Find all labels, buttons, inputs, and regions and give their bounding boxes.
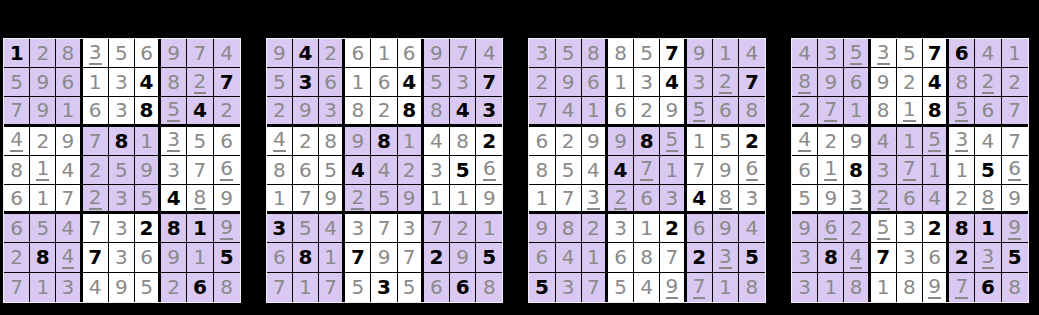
g1-cell-r1c3[interactable]: 8 (56, 39, 82, 68)
g4-cell-r1c5[interactable]: 5 (897, 39, 923, 68)
g3-cell-r9c4[interactable]: 5 (608, 273, 634, 302)
g2-cell-r1c7[interactable]: 9 (424, 39, 450, 68)
g4-cell-r8c3[interactable]: 4 (844, 243, 870, 272)
g1-cell-r4c7[interactable]: 3 (161, 127, 187, 156)
g2-cell-r8c7[interactable]: 2 (424, 243, 450, 272)
g1-cell-r6c4[interactable]: 2 (83, 185, 109, 214)
g1-cell-r2c2[interactable]: 9 (30, 68, 56, 97)
g3-cell-r1c1[interactable]: 3 (529, 39, 555, 68)
g1-cell-r4c1[interactable]: 4 (4, 127, 30, 156)
g3-cell-r3c9[interactable]: 8 (739, 97, 765, 126)
g4-cell-r6c4[interactable]: 2 (871, 185, 897, 214)
g2-cell-r8c3[interactable]: 1 (319, 243, 345, 272)
g4-cell-r6c9[interactable]: 9 (1002, 185, 1028, 214)
g4-cell-r7c2[interactable]: 6 (818, 214, 844, 243)
g2-cell-r5c2[interactable]: 6 (293, 156, 319, 185)
g3-cell-r4c1[interactable]: 6 (529, 127, 555, 156)
g4-cell-r6c2[interactable]: 9 (818, 185, 844, 214)
g2-cell-r4c9[interactable]: 2 (476, 127, 502, 156)
g1-cell-r6c6[interactable]: 5 (135, 185, 161, 214)
g3-cell-r8c1[interactable]: 6 (529, 243, 555, 272)
g3-cell-r3c3[interactable]: 1 (582, 97, 608, 126)
g4-cell-r1c2[interactable]: 3 (818, 39, 844, 68)
g1-cell-r8c8[interactable]: 1 (187, 243, 213, 272)
g1-cell-r6c5[interactable]: 3 (109, 185, 135, 214)
g4-cell-r8c8[interactable]: 3 (975, 243, 1001, 272)
g1-cell-r5c5[interactable]: 5 (109, 156, 135, 185)
g3-cell-r1c9[interactable]: 4 (739, 39, 765, 68)
g4-cell-r2c6[interactable]: 4 (923, 68, 949, 97)
g2-cell-r9c7[interactable]: 6 (424, 273, 450, 302)
g4-cell-r8c6[interactable]: 6 (923, 243, 949, 272)
g1-cell-r2c3[interactable]: 6 (56, 68, 82, 97)
g4-cell-r5c6[interactable]: 1 (923, 156, 949, 185)
g1-cell-r2c8[interactable]: 2 (187, 68, 213, 97)
g2-cell-r5c8[interactable]: 5 (450, 156, 476, 185)
g1-cell-r3c3[interactable]: 1 (56, 97, 82, 126)
g3-cell-r1c6[interactable]: 7 (660, 39, 686, 68)
g2-cell-r3c1[interactable]: 2 (267, 97, 293, 126)
g4-cell-r5c1[interactable]: 6 (792, 156, 818, 185)
g4-cell-r4c1[interactable]: 4 (792, 127, 818, 156)
g4-cell-r1c3[interactable]: 5 (844, 39, 870, 68)
g4-cell-r3c5[interactable]: 1 (897, 97, 923, 126)
g2-cell-r7c6[interactable]: 3 (398, 214, 424, 243)
g2-cell-r6c4[interactable]: 2 (345, 185, 371, 214)
g1-cell-r1c7[interactable]: 9 (161, 39, 187, 68)
g4-cell-r7c4[interactable]: 5 (871, 214, 897, 243)
g1-cell-r7c9[interactable]: 9 (214, 214, 240, 243)
g1-cell-r6c9[interactable]: 9 (214, 185, 240, 214)
g4-cell-r6c6[interactable]: 4 (923, 185, 949, 214)
g1-cell-r5c1[interactable]: 8 (4, 156, 30, 185)
g1-cell-r9c8[interactable]: 6 (187, 273, 213, 302)
g2-cell-r7c8[interactable]: 2 (450, 214, 476, 243)
g1-cell-r3c7[interactable]: 5 (161, 97, 187, 126)
g2-cell-r5c9[interactable]: 6 (476, 156, 502, 185)
g4-cell-r2c2[interactable]: 9 (818, 68, 844, 97)
g1-cell-r5c9[interactable]: 6 (214, 156, 240, 185)
g1-cell-r2c5[interactable]: 3 (109, 68, 135, 97)
g2-cell-r1c9[interactable]: 4 (476, 39, 502, 68)
g4-cell-r9c1[interactable]: 3 (792, 273, 818, 302)
g2-cell-r2c9[interactable]: 7 (476, 68, 502, 97)
g3-cell-r8c3[interactable]: 1 (582, 243, 608, 272)
g1-cell-r8c2[interactable]: 8 (30, 243, 56, 272)
g4-cell-r6c5[interactable]: 6 (897, 185, 923, 214)
g2-cell-r4c3[interactable]: 8 (319, 127, 345, 156)
g2-cell-r8c9[interactable]: 5 (476, 243, 502, 272)
g3-cell-r8c4[interactable]: 6 (608, 243, 634, 272)
g3-cell-r9c5[interactable]: 4 (634, 273, 660, 302)
g2-cell-r6c1[interactable]: 1 (267, 185, 293, 214)
g2-cell-r1c4[interactable]: 6 (345, 39, 371, 68)
g3-cell-r5c4[interactable]: 4 (608, 156, 634, 185)
g2-cell-r1c5[interactable]: 1 (371, 39, 397, 68)
g1-cell-r3c5[interactable]: 3 (109, 97, 135, 126)
g4-cell-r3c8[interactable]: 6 (975, 97, 1001, 126)
g4-cell-r8c1[interactable]: 3 (792, 243, 818, 272)
g2-cell-r7c7[interactable]: 7 (424, 214, 450, 243)
g2-cell-r9c8[interactable]: 6 (450, 273, 476, 302)
g3-cell-r2c7[interactable]: 3 (687, 68, 713, 97)
g3-cell-r1c2[interactable]: 5 (556, 39, 582, 68)
g4-cell-r3c6[interactable]: 8 (923, 97, 949, 126)
g1-cell-r6c8[interactable]: 8 (187, 185, 213, 214)
g3-cell-r9c6[interactable]: 9 (660, 273, 686, 302)
g2-cell-r8c8[interactable]: 9 (450, 243, 476, 272)
g2-cell-r1c8[interactable]: 7 (450, 39, 476, 68)
g4-cell-r6c7[interactable]: 2 (949, 185, 975, 214)
g3-cell-r6c4[interactable]: 2 (608, 185, 634, 214)
g3-cell-r5c5[interactable]: 7 (634, 156, 660, 185)
g4-cell-r1c7[interactable]: 6 (949, 39, 975, 68)
g4-cell-r5c8[interactable]: 5 (975, 156, 1001, 185)
g2-cell-r3c9[interactable]: 3 (476, 97, 502, 126)
g4-cell-r4c5[interactable]: 1 (897, 127, 923, 156)
g4-cell-r9c9[interactable]: 8 (1002, 273, 1028, 302)
g2-cell-r7c5[interactable]: 7 (371, 214, 397, 243)
g1-cell-r4c5[interactable]: 8 (109, 127, 135, 156)
g3-cell-r3c7[interactable]: 5 (687, 97, 713, 126)
g3-cell-r4c7[interactable]: 1 (687, 127, 713, 156)
g3-cell-r7c9[interactable]: 4 (739, 214, 765, 243)
g4-cell-r1c8[interactable]: 4 (975, 39, 1001, 68)
g4-cell-r5c3[interactable]: 8 (844, 156, 870, 185)
g1-cell-r8c7[interactable]: 9 (161, 243, 187, 272)
g4-cell-r9c8[interactable]: 6 (975, 273, 1001, 302)
g3-cell-r2c1[interactable]: 2 (529, 68, 555, 97)
g3-cell-r2c8[interactable]: 2 (713, 68, 739, 97)
g3-cell-r6c1[interactable]: 1 (529, 185, 555, 214)
g2-cell-r5c1[interactable]: 8 (267, 156, 293, 185)
g2-cell-r6c3[interactable]: 9 (319, 185, 345, 214)
g2-cell-r4c2[interactable]: 2 (293, 127, 319, 156)
g2-cell-r5c3[interactable]: 5 (319, 156, 345, 185)
g3-cell-r1c8[interactable]: 1 (713, 39, 739, 68)
g3-cell-r5c2[interactable]: 5 (556, 156, 582, 185)
g2-cell-r4c4[interactable]: 9 (345, 127, 371, 156)
g1-cell-r2c7[interactable]: 8 (161, 68, 187, 97)
g4-cell-r4c8[interactable]: 4 (975, 127, 1001, 156)
g4-cell-r7c1[interactable]: 9 (792, 214, 818, 243)
g4-cell-r5c5[interactable]: 7 (897, 156, 923, 185)
g2-cell-r8c6[interactable]: 7 (398, 243, 424, 272)
g2-cell-r4c6[interactable]: 1 (398, 127, 424, 156)
g3-cell-r6c6[interactable]: 3 (660, 185, 686, 214)
g1-cell-r3c1[interactable]: 7 (4, 97, 30, 126)
g1-cell-r8c4[interactable]: 7 (83, 243, 109, 272)
g4-cell-r3c2[interactable]: 7 (818, 97, 844, 126)
g3-cell-r2c2[interactable]: 9 (556, 68, 582, 97)
g3-cell-r7c7[interactable]: 6 (687, 214, 713, 243)
g2-cell-r4c8[interactable]: 8 (450, 127, 476, 156)
g4-cell-r4c7[interactable]: 3 (949, 127, 975, 156)
g3-cell-r7c2[interactable]: 8 (556, 214, 582, 243)
g1-cell-r9c7[interactable]: 2 (161, 273, 187, 302)
g1-cell-r4c9[interactable]: 6 (214, 127, 240, 156)
g2-cell-r7c3[interactable]: 4 (319, 214, 345, 243)
g1-cell-r7c5[interactable]: 3 (109, 214, 135, 243)
g1-cell-r8c9[interactable]: 5 (214, 243, 240, 272)
g2-cell-r3c5[interactable]: 2 (371, 97, 397, 126)
g2-cell-r4c5[interactable]: 8 (371, 127, 397, 156)
g4-cell-r7c5[interactable]: 3 (897, 214, 923, 243)
g3-cell-r3c6[interactable]: 9 (660, 97, 686, 126)
g3-cell-r5c3[interactable]: 4 (582, 156, 608, 185)
g4-cell-r1c4[interactable]: 3 (871, 39, 897, 68)
g1-cell-r6c7[interactable]: 4 (161, 185, 187, 214)
g1-cell-r5c2[interactable]: 1 (30, 156, 56, 185)
g1-cell-r5c3[interactable]: 4 (56, 156, 82, 185)
g1-cell-r7c3[interactable]: 4 (56, 214, 82, 243)
g3-cell-r5c8[interactable]: 9 (713, 156, 739, 185)
g3-cell-r7c3[interactable]: 2 (582, 214, 608, 243)
g1-cell-r5c8[interactable]: 7 (187, 156, 213, 185)
g3-cell-r4c4[interactable]: 9 (608, 127, 634, 156)
g2-cell-r3c4[interactable]: 8 (345, 97, 371, 126)
g3-cell-r6c2[interactable]: 7 (556, 185, 582, 214)
g4-cell-r2c5[interactable]: 2 (897, 68, 923, 97)
g2-cell-r6c5[interactable]: 5 (371, 185, 397, 214)
g3-cell-r4c5[interactable]: 8 (634, 127, 660, 156)
g1-cell-r1c1[interactable]: 1 (4, 39, 30, 68)
g1-cell-r9c3[interactable]: 3 (56, 273, 82, 302)
g4-cell-r7c9[interactable]: 9 (1002, 214, 1028, 243)
g2-cell-r2c5[interactable]: 6 (371, 68, 397, 97)
g1-cell-r9c6[interactable]: 5 (135, 273, 161, 302)
g2-cell-r8c2[interactable]: 8 (293, 243, 319, 272)
g3-cell-r2c4[interactable]: 1 (608, 68, 634, 97)
g2-cell-r1c6[interactable]: 6 (398, 39, 424, 68)
g3-cell-r1c4[interactable]: 8 (608, 39, 634, 68)
g2-cell-r1c1[interactable]: 9 (267, 39, 293, 68)
g1-cell-r6c1[interactable]: 6 (4, 185, 30, 214)
g4-cell-r2c3[interactable]: 6 (844, 68, 870, 97)
g2-cell-r6c2[interactable]: 7 (293, 185, 319, 214)
g4-cell-r2c8[interactable]: 2 (975, 68, 1001, 97)
g2-cell-r3c8[interactable]: 4 (450, 97, 476, 126)
g1-cell-r3c9[interactable]: 2 (214, 97, 240, 126)
g1-cell-r9c4[interactable]: 4 (83, 273, 109, 302)
g2-cell-r7c2[interactable]: 5 (293, 214, 319, 243)
g3-cell-r2c9[interactable]: 7 (739, 68, 765, 97)
g3-cell-r1c3[interactable]: 8 (582, 39, 608, 68)
g2-cell-r3c3[interactable]: 3 (319, 97, 345, 126)
g4-cell-r6c3[interactable]: 3 (844, 185, 870, 214)
g1-cell-r7c4[interactable]: 7 (83, 214, 109, 243)
g1-cell-r7c2[interactable]: 5 (30, 214, 56, 243)
g2-cell-r9c5[interactable]: 3 (371, 273, 397, 302)
g4-cell-r3c4[interactable]: 8 (871, 97, 897, 126)
g2-cell-r3c6[interactable]: 8 (398, 97, 424, 126)
g1-cell-r3c4[interactable]: 6 (83, 97, 109, 126)
g4-cell-r8c5[interactable]: 3 (897, 243, 923, 272)
g1-cell-r9c2[interactable]: 1 (30, 273, 56, 302)
g2-cell-r4c1[interactable]: 4 (267, 127, 293, 156)
g1-cell-r9c1[interactable]: 7 (4, 273, 30, 302)
g4-cell-r2c7[interactable]: 8 (949, 68, 975, 97)
g4-cell-r7c8[interactable]: 1 (975, 214, 1001, 243)
g4-cell-r9c2[interactable]: 1 (818, 273, 844, 302)
g1-cell-r3c8[interactable]: 4 (187, 97, 213, 126)
g4-cell-r7c6[interactable]: 2 (923, 214, 949, 243)
g3-cell-r5c7[interactable]: 7 (687, 156, 713, 185)
g4-cell-r3c7[interactable]: 5 (949, 97, 975, 126)
g2-cell-r2c3[interactable]: 6 (319, 68, 345, 97)
g3-cell-r1c5[interactable]: 5 (634, 39, 660, 68)
g1-cell-r2c9[interactable]: 7 (214, 68, 240, 97)
g3-cell-r2c6[interactable]: 4 (660, 68, 686, 97)
g2-cell-r6c7[interactable]: 1 (424, 185, 450, 214)
g4-cell-r6c1[interactable]: 5 (792, 185, 818, 214)
g2-cell-r3c2[interactable]: 9 (293, 97, 319, 126)
g2-cell-r8c5[interactable]: 9 (371, 243, 397, 272)
g3-cell-r8c2[interactable]: 4 (556, 243, 582, 272)
g4-cell-r4c3[interactable]: 9 (844, 127, 870, 156)
g2-cell-r1c2[interactable]: 4 (293, 39, 319, 68)
g1-cell-r9c9[interactable]: 8 (214, 273, 240, 302)
g1-cell-r8c6[interactable]: 6 (135, 243, 161, 272)
g4-cell-r9c5[interactable]: 8 (897, 273, 923, 302)
g3-cell-r3c5[interactable]: 2 (634, 97, 660, 126)
g1-cell-r1c8[interactable]: 7 (187, 39, 213, 68)
g3-cell-r6c5[interactable]: 6 (634, 185, 660, 214)
g3-cell-r6c7[interactable]: 4 (687, 185, 713, 214)
g1-cell-r3c2[interactable]: 9 (30, 97, 56, 126)
g4-cell-r3c9[interactable]: 7 (1002, 97, 1028, 126)
g2-cell-r5c5[interactable]: 4 (371, 156, 397, 185)
g1-cell-r1c9[interactable]: 4 (214, 39, 240, 68)
g3-cell-r2c3[interactable]: 6 (582, 68, 608, 97)
g1-cell-r1c6[interactable]: 6 (135, 39, 161, 68)
g3-cell-r7c5[interactable]: 1 (634, 214, 660, 243)
g1-cell-r5c6[interactable]: 9 (135, 156, 161, 185)
g3-cell-r9c1[interactable]: 5 (529, 273, 555, 302)
g4-cell-r3c3[interactable]: 1 (844, 97, 870, 126)
g2-cell-r9c9[interactable]: 8 (476, 273, 502, 302)
g2-cell-r5c7[interactable]: 3 (424, 156, 450, 185)
g3-cell-r6c3[interactable]: 3 (582, 185, 608, 214)
g1-cell-r4c3[interactable]: 9 (56, 127, 82, 156)
g1-cell-r6c2[interactable]: 1 (30, 185, 56, 214)
g3-cell-r8c9[interactable]: 5 (739, 243, 765, 272)
g3-cell-r8c7[interactable]: 2 (687, 243, 713, 272)
g1-cell-r1c2[interactable]: 2 (30, 39, 56, 68)
g4-cell-r5c9[interactable]: 6 (1002, 156, 1028, 185)
g1-cell-r1c4[interactable]: 3 (83, 39, 109, 68)
g1-cell-r9c5[interactable]: 9 (109, 273, 135, 302)
g1-cell-r4c4[interactable]: 7 (83, 127, 109, 156)
g2-cell-r1c3[interactable]: 2 (319, 39, 345, 68)
g1-cell-r5c7[interactable]: 3 (161, 156, 187, 185)
g4-cell-r1c9[interactable]: 1 (1002, 39, 1028, 68)
g4-cell-r9c3[interactable]: 8 (844, 273, 870, 302)
g4-cell-r3c1[interactable]: 2 (792, 97, 818, 126)
g4-cell-r8c7[interactable]: 2 (949, 243, 975, 272)
g2-cell-r9c4[interactable]: 5 (345, 273, 371, 302)
g1-cell-r4c2[interactable]: 2 (30, 127, 56, 156)
g3-cell-r4c3[interactable]: 9 (582, 127, 608, 156)
g3-cell-r7c1[interactable]: 9 (529, 214, 555, 243)
g3-cell-r9c8[interactable]: 1 (713, 273, 739, 302)
g1-cell-r8c3[interactable]: 4 (56, 243, 82, 272)
g4-cell-r8c2[interactable]: 8 (818, 243, 844, 272)
g3-cell-r1c7[interactable]: 9 (687, 39, 713, 68)
g2-cell-r9c3[interactable]: 7 (319, 273, 345, 302)
g4-cell-r9c4[interactable]: 1 (871, 273, 897, 302)
g4-cell-r8c4[interactable]: 7 (871, 243, 897, 272)
g3-cell-r9c3[interactable]: 7 (582, 273, 608, 302)
g4-cell-r7c3[interactable]: 2 (844, 214, 870, 243)
g2-cell-r9c2[interactable]: 1 (293, 273, 319, 302)
g4-cell-r4c9[interactable]: 7 (1002, 127, 1028, 156)
g3-cell-r5c9[interactable]: 6 (739, 156, 765, 185)
g4-cell-r2c4[interactable]: 9 (871, 68, 897, 97)
g4-cell-r2c1[interactable]: 8 (792, 68, 818, 97)
g3-cell-r9c7[interactable]: 7 (687, 273, 713, 302)
g1-cell-r5c4[interactable]: 2 (83, 156, 109, 185)
g4-cell-r6c8[interactable]: 8 (975, 185, 1001, 214)
g1-cell-r1c5[interactable]: 5 (109, 39, 135, 68)
g4-cell-r4c4[interactable]: 4 (871, 127, 897, 156)
g1-cell-r7c1[interactable]: 6 (4, 214, 30, 243)
g1-cell-r6c3[interactable]: 7 (56, 185, 82, 214)
g1-cell-r7c6[interactable]: 2 (135, 214, 161, 243)
g4-cell-r9c6[interactable]: 9 (923, 273, 949, 302)
g4-cell-r1c6[interactable]: 7 (923, 39, 949, 68)
g2-cell-r2c4[interactable]: 1 (345, 68, 371, 97)
g1-cell-r8c5[interactable]: 3 (109, 243, 135, 272)
g3-cell-r3c8[interactable]: 6 (713, 97, 739, 126)
g2-cell-r2c2[interactable]: 3 (293, 68, 319, 97)
g4-cell-r7c7[interactable]: 8 (949, 214, 975, 243)
g2-cell-r8c1[interactable]: 6 (267, 243, 293, 272)
g2-cell-r5c6[interactable]: 2 (398, 156, 424, 185)
g3-cell-r7c6[interactable]: 2 (660, 214, 686, 243)
g1-cell-r4c6[interactable]: 1 (135, 127, 161, 156)
g4-cell-r1c1[interactable]: 4 (792, 39, 818, 68)
g1-cell-r2c1[interactable]: 5 (4, 68, 30, 97)
g2-cell-r5c4[interactable]: 4 (345, 156, 371, 185)
g4-cell-r9c7[interactable]: 7 (949, 273, 975, 302)
g2-cell-r9c1[interactable]: 7 (267, 273, 293, 302)
g3-cell-r7c4[interactable]: 3 (608, 214, 634, 243)
g2-cell-r2c6[interactable]: 4 (398, 68, 424, 97)
g3-cell-r8c5[interactable]: 8 (634, 243, 660, 272)
g3-cell-r5c6[interactable]: 1 (660, 156, 686, 185)
g3-cell-r7c8[interactable]: 9 (713, 214, 739, 243)
g2-cell-r2c7[interactable]: 5 (424, 68, 450, 97)
g3-cell-r9c2[interactable]: 3 (556, 273, 582, 302)
g1-cell-r8c1[interactable]: 2 (4, 243, 30, 272)
g1-cell-r4c8[interactable]: 5 (187, 127, 213, 156)
g4-cell-r4c6[interactable]: 5 (923, 127, 949, 156)
g2-cell-r2c1[interactable]: 5 (267, 68, 293, 97)
g1-cell-r2c4[interactable]: 1 (83, 68, 109, 97)
g2-cell-r4c7[interactable]: 4 (424, 127, 450, 156)
g1-cell-r7c8[interactable]: 1 (187, 214, 213, 243)
g2-cell-r9c6[interactable]: 5 (398, 273, 424, 302)
g3-cell-r4c6[interactable]: 5 (660, 127, 686, 156)
g3-cell-r2c5[interactable]: 3 (634, 68, 660, 97)
g2-cell-r7c1[interactable]: 3 (267, 214, 293, 243)
g1-cell-r3c6[interactable]: 8 (135, 97, 161, 126)
g3-cell-r3c4[interactable]: 6 (608, 97, 634, 126)
g2-cell-r6c8[interactable]: 1 (450, 185, 476, 214)
g1-cell-r7c7[interactable]: 8 (161, 214, 187, 243)
g3-cell-r4c8[interactable]: 5 (713, 127, 739, 156)
